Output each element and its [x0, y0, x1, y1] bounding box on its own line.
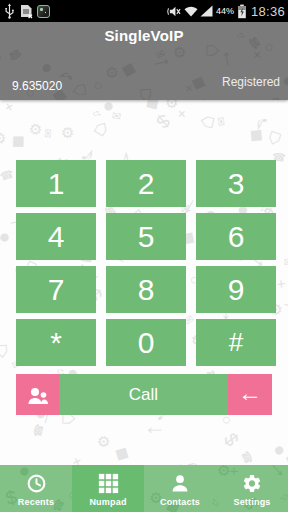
key-star[interactable]: *: [16, 319, 96, 366]
key-9[interactable]: 9: [196, 266, 276, 313]
clock-icon: [26, 473, 47, 494]
signal-strength-icon: [200, 5, 213, 17]
left-arrow-icon: ←: [238, 381, 262, 405]
status-bar-right: 44% 18:36: [167, 4, 285, 19]
key-8[interactable]: 8: [106, 266, 186, 313]
bottom-nav: ←☎⚙$♪✉+●⌂♫○◆←☎⚙$♪✉+●⌂♫ Recents Numpad: [0, 465, 288, 512]
battery-charging-icon: [237, 4, 247, 19]
key-2[interactable]: 2: [106, 160, 186, 207]
gear-icon: [241, 473, 263, 494]
key-1[interactable]: 1: [16, 160, 96, 207]
tab-label: Recents: [18, 497, 54, 507]
mute-icon: [167, 5, 182, 18]
contacts-picker-button[interactable]: [16, 374, 59, 415]
person-icon: [169, 473, 191, 494]
tab-label: Numpad: [89, 497, 126, 507]
tab-label: Contacts: [160, 497, 200, 507]
balance-value: 9.635020: [12, 79, 62, 93]
sim-missing-icon: [20, 4, 33, 19]
key-5[interactable]: 5: [106, 213, 186, 260]
dial-keypad: 1 2 3 4 5 6 7 8 9 * 0 #: [16, 160, 276, 366]
key-6[interactable]: 6: [196, 213, 276, 260]
key-4[interactable]: 4: [16, 213, 96, 260]
call-button[interactable]: Call: [59, 374, 228, 415]
header-status-row: 9.635020 Registered: [12, 79, 280, 93]
key-3[interactable]: 3: [196, 160, 276, 207]
status-bar: 44% 18:36: [0, 0, 288, 22]
tab-contacts[interactable]: Contacts: [144, 465, 216, 512]
key-0[interactable]: 0: [106, 319, 186, 366]
grid-icon: [98, 473, 119, 494]
app-header: ⌂♫○◆←☎⚙$♪✉+●⌂♫○◆←☎⚙$♪✉+●⌂♫○◆←☎ SingleVoI…: [0, 22, 288, 100]
key-hash[interactable]: #: [196, 319, 276, 366]
clock-text: 18:36: [251, 4, 285, 19]
people-icon: [26, 384, 50, 406]
tab-recents[interactable]: Recents: [0, 465, 72, 512]
tab-numpad[interactable]: Numpad: [72, 465, 144, 512]
backspace-button[interactable]: ←: [228, 374, 272, 415]
key-7[interactable]: 7: [16, 266, 96, 313]
app-screen: 44% 18:36 ⌂♫○◆←☎⚙$♪✉+●⌂♫○◆←☎⚙$♪✉+●⌂♫○◆←☎…: [0, 0, 288, 512]
tab-settings[interactable]: Settings: [216, 465, 288, 512]
page-title: SingleVoIP: [0, 27, 288, 44]
registration-status: Registered: [222, 75, 280, 89]
status-bar-left: [3, 3, 50, 19]
call-action-row: Call ←: [16, 374, 272, 415]
screenshot-thumbnail-icon: [37, 5, 50, 18]
usb-icon: [3, 3, 16, 19]
wifi-icon: [184, 5, 198, 17]
battery-percent: 44%: [216, 6, 234, 16]
tab-label: Settings: [233, 497, 270, 507]
dialer-screen: ♪✉+●⌂♫○◆←☎⚙$♪✉+●⌂♫○◆←☎⚙$♪✉+●⌂♫○◆←☎⚙$♪✉+●…: [0, 100, 288, 465]
